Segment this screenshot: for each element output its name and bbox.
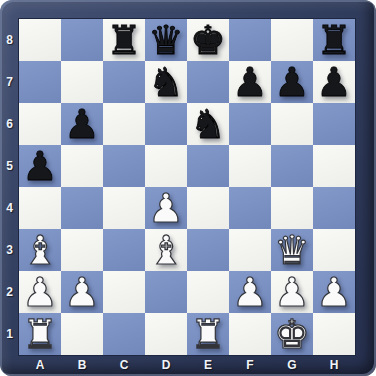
- square-f5[interactable]: [229, 145, 271, 187]
- rank-label-8: 8: [0, 19, 19, 61]
- square-d1[interactable]: [145, 313, 187, 355]
- white-pawn[interactable]: ♟: [64, 271, 100, 313]
- square-a8[interactable]: [19, 19, 61, 61]
- square-h4[interactable]: [313, 187, 355, 229]
- square-a5[interactable]: ♟: [19, 145, 61, 187]
- white-bishop[interactable]: ♝: [22, 229, 58, 271]
- square-d3[interactable]: ♝: [145, 229, 187, 271]
- file-label-e: E: [187, 355, 229, 376]
- square-f3[interactable]: [229, 229, 271, 271]
- black-king[interactable]: ♚: [190, 19, 226, 61]
- rank-label-2: 2: [0, 271, 19, 313]
- square-b1[interactable]: [61, 313, 103, 355]
- black-pawn[interactable]: ♟: [64, 103, 100, 145]
- black-knight[interactable]: ♞: [148, 61, 184, 103]
- rank-label-6: 6: [0, 103, 19, 145]
- black-pawn[interactable]: ♟: [22, 145, 58, 187]
- square-b2[interactable]: ♟: [61, 271, 103, 313]
- square-b3[interactable]: [61, 229, 103, 271]
- square-c7[interactable]: [103, 61, 145, 103]
- rank-label-1: 1: [0, 313, 19, 355]
- file-label-b: B: [61, 355, 103, 376]
- white-queen[interactable]: ♛: [274, 229, 310, 271]
- square-d5[interactable]: [145, 145, 187, 187]
- square-e7[interactable]: [187, 61, 229, 103]
- square-g8[interactable]: [271, 19, 313, 61]
- square-b6[interactable]: ♟: [61, 103, 103, 145]
- square-c3[interactable]: [103, 229, 145, 271]
- square-d2[interactable]: [145, 271, 187, 313]
- chess-board-frame: 8 7 6 5 4 3 2 1 ♜♛♚♜♞♟♟♟♟♞♟♟♝♝♛♟♟♟♟♟♜♜♚ …: [0, 0, 376, 376]
- rank-label-3: 3: [0, 229, 19, 271]
- square-g1[interactable]: ♚: [271, 313, 313, 355]
- square-b5[interactable]: [61, 145, 103, 187]
- white-bishop[interactable]: ♝: [148, 229, 184, 271]
- white-pawn[interactable]: ♟: [148, 187, 184, 229]
- square-a4[interactable]: [19, 187, 61, 229]
- square-g2[interactable]: ♟: [271, 271, 313, 313]
- square-g4[interactable]: [271, 187, 313, 229]
- square-h2[interactable]: ♟: [313, 271, 355, 313]
- square-e3[interactable]: [187, 229, 229, 271]
- square-b8[interactable]: [61, 19, 103, 61]
- file-label-g: G: [271, 355, 313, 376]
- square-a2[interactable]: ♟: [19, 271, 61, 313]
- rank-label-4: 4: [0, 187, 19, 229]
- file-label-f: F: [229, 355, 271, 376]
- square-e2[interactable]: [187, 271, 229, 313]
- square-f2[interactable]: ♟: [229, 271, 271, 313]
- square-f1[interactable]: [229, 313, 271, 355]
- square-h1[interactable]: [313, 313, 355, 355]
- white-rook[interactable]: ♜: [190, 313, 226, 355]
- square-g3[interactable]: ♛: [271, 229, 313, 271]
- square-f4[interactable]: [229, 187, 271, 229]
- square-c1[interactable]: [103, 313, 145, 355]
- black-pawn[interactable]: ♟: [232, 61, 268, 103]
- square-a7[interactable]: [19, 61, 61, 103]
- white-pawn[interactable]: ♟: [274, 271, 310, 313]
- file-label-h: H: [313, 355, 355, 376]
- white-king[interactable]: ♚: [274, 313, 310, 355]
- square-c4[interactable]: [103, 187, 145, 229]
- square-c8[interactable]: ♜: [103, 19, 145, 61]
- square-g7[interactable]: ♟: [271, 61, 313, 103]
- rank-label-7: 7: [0, 61, 19, 103]
- black-rook[interactable]: ♜: [106, 19, 142, 61]
- square-a3[interactable]: ♝: [19, 229, 61, 271]
- square-g6[interactable]: [271, 103, 313, 145]
- square-d6[interactable]: [145, 103, 187, 145]
- square-d7[interactable]: ♞: [145, 61, 187, 103]
- square-b7[interactable]: [61, 61, 103, 103]
- square-a6[interactable]: [19, 103, 61, 145]
- square-e1[interactable]: ♜: [187, 313, 229, 355]
- square-d4[interactable]: ♟: [145, 187, 187, 229]
- square-e6[interactable]: ♞: [187, 103, 229, 145]
- white-pawn[interactable]: ♟: [316, 271, 352, 313]
- white-pawn[interactable]: ♟: [232, 271, 268, 313]
- square-h5[interactable]: [313, 145, 355, 187]
- black-queen[interactable]: ♛: [148, 19, 184, 61]
- file-label-a: A: [19, 355, 61, 376]
- square-e4[interactable]: [187, 187, 229, 229]
- square-g5[interactable]: [271, 145, 313, 187]
- square-h7[interactable]: ♟: [313, 61, 355, 103]
- white-pawn[interactable]: ♟: [22, 271, 58, 313]
- black-knight[interactable]: ♞: [190, 103, 226, 145]
- black-rook[interactable]: ♜: [316, 19, 352, 61]
- square-a1[interactable]: ♜: [19, 313, 61, 355]
- square-e5[interactable]: [187, 145, 229, 187]
- black-pawn[interactable]: ♟: [316, 61, 352, 103]
- square-f8[interactable]: [229, 19, 271, 61]
- square-c6[interactable]: [103, 103, 145, 145]
- file-label-c: C: [103, 355, 145, 376]
- black-pawn[interactable]: ♟: [274, 61, 310, 103]
- square-f6[interactable]: [229, 103, 271, 145]
- square-b4[interactable]: [61, 187, 103, 229]
- square-f7[interactable]: ♟: [229, 61, 271, 103]
- square-c5[interactable]: [103, 145, 145, 187]
- white-rook[interactable]: ♜: [22, 313, 58, 355]
- square-h8[interactable]: ♜: [313, 19, 355, 61]
- file-label-d: D: [145, 355, 187, 376]
- square-e8[interactable]: ♚: [187, 19, 229, 61]
- square-h6[interactable]: [313, 103, 355, 145]
- square-d8[interactable]: ♛: [145, 19, 187, 61]
- square-h3[interactable]: [313, 229, 355, 271]
- rank-label-5: 5: [0, 145, 19, 187]
- chess-board: ♜♛♚♜♞♟♟♟♟♞♟♟♝♝♛♟♟♟♟♟♜♜♚: [19, 19, 355, 355]
- square-c2[interactable]: [103, 271, 145, 313]
